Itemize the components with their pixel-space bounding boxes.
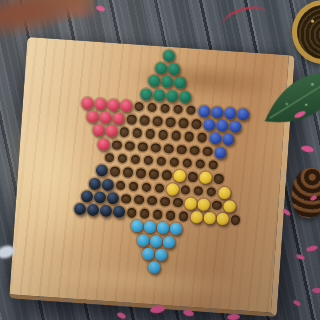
peg-dark-blue-r6-p11[interactable] [215,119,229,133]
hole-r10-p4[interactable] [134,166,148,180]
hole-r10-p5[interactable] [147,167,161,181]
peg-yellow-r13-p10[interactable] [189,210,203,224]
hole-r8-p3[interactable] [123,139,137,153]
peg-black-r12-p3[interactable] [106,191,120,205]
pink-petal-12 [116,311,126,319]
photo-scene [0,0,320,320]
hole-r6-p7[interactable] [163,115,177,129]
peg-black-r11-p1[interactable] [87,176,101,190]
hole-r9-p2[interactable] [115,152,129,166]
peg-sky-blue-r14-p3[interactable] [156,221,170,235]
peg-sky-blue-r15-p1[interactable] [136,233,150,247]
hole-r11-p5[interactable] [139,180,153,194]
hole-r7-p8[interactable] [182,130,196,144]
peg-sky-blue-r16-p1[interactable] [141,247,155,261]
peg-red-r6-p3[interactable] [112,112,126,126]
hole-r5-p8[interactable] [171,102,185,116]
hole-r9-p8[interactable] [193,157,207,171]
peg-red-r6-p1[interactable] [86,110,100,124]
peg-green-r3-p3[interactable] [173,76,187,90]
peg-green-r4-p2[interactable] [152,88,166,102]
chinese-checkers-board [9,37,295,317]
hole-r7-p5[interactable] [143,127,157,141]
hole-r12-p8[interactable] [171,196,185,210]
hole-r5-p6[interactable] [145,101,159,115]
peg-green-r2-p2[interactable] [167,62,181,76]
hole-r6-p9[interactable] [189,117,203,131]
hole-r8-p5[interactable] [149,141,163,155]
peg-black-r13-p2[interactable] [86,203,100,217]
hole-r12-p5[interactable] [132,193,146,207]
peg-dark-blue-r6-p10[interactable] [202,118,216,132]
hole-r11-p8[interactable] [178,183,192,197]
peg-red-r6-p2[interactable] [99,111,113,125]
peg-green-r4-p1[interactable] [139,87,153,101]
hole-r12-p6[interactable] [145,194,159,208]
peg-dark-blue-r7-p11[interactable] [221,133,235,147]
hole-r12-p7[interactable] [158,195,172,209]
hole-r8-p8[interactable] [187,144,201,158]
hole-r9-p9[interactable] [206,158,220,172]
hole-r10-p6[interactable] [160,168,174,182]
pink-petal-7 [312,288,320,294]
peg-sky-blue-r15-p2[interactable] [149,234,163,248]
hole-r10-p8[interactable] [186,170,200,184]
peg-green-r1-p1[interactable] [162,48,176,62]
hole-r8-p4[interactable] [136,140,150,154]
pink-petal-2 [301,145,315,154]
hole-r8-p7[interactable] [175,143,189,157]
peg-red-r8-p1[interactable] [97,137,111,151]
hole-r12-p4[interactable] [119,192,133,206]
hole-r9-p3[interactable] [128,153,142,167]
peg-sky-blue-r14-p2[interactable] [143,220,157,234]
hole-r5-p9[interactable] [184,103,198,117]
peg-red-r7-p1[interactable] [91,123,105,137]
hole-r9-p7[interactable] [180,156,194,170]
hole-r9-p4[interactable] [141,154,155,168]
peg-green-r3-p1[interactable] [147,74,161,88]
peg-black-r13-p4[interactable] [112,205,126,219]
hole-r11-p3[interactable] [113,178,127,192]
hole-r5-p7[interactable] [158,101,172,115]
hole-r13-p13[interactable] [228,213,242,227]
peg-dark-blue-r5-p11[interactable] [210,105,224,119]
hole-r13-p7[interactable] [150,208,164,222]
hole-r6-p8[interactable] [176,116,190,130]
hole-r11-p6[interactable] [152,181,166,195]
peg-dark-blue-r5-p12[interactable] [223,106,237,120]
hole-r10-p3[interactable] [121,166,135,180]
red-cord [220,2,270,36]
hole-r13-p5[interactable] [125,206,139,220]
peg-yellow-r13-p12[interactable] [215,212,229,226]
peg-black-r10-p1[interactable] [95,164,109,178]
hole-r11-p9[interactable] [191,184,205,198]
peg-dark-blue-r5-p10[interactable] [197,104,211,118]
hole-r11-p10[interactable] [204,185,218,199]
peg-dark-blue-r6-p12[interactable] [228,120,242,134]
hole-r7-p3[interactable] [117,125,131,139]
peg-dark-blue-r8-p10[interactable] [213,145,227,159]
peg-dark-blue-r5-p13[interactable] [236,107,250,121]
hole-r10-p2[interactable] [108,165,122,179]
peg-sky-blue-r15-p3[interactable] [162,235,176,249]
peg-yellow-r12-p12[interactable] [223,199,237,213]
peg-dark-blue-r7-p10[interactable] [208,132,222,146]
pink-petal-9 [150,305,166,314]
pinecone [289,166,320,221]
pink-petal-11 [227,314,240,320]
peg-black-r11-p2[interactable] [100,177,114,191]
pink-petal-5 [306,245,319,253]
hole-r6-p6[interactable] [150,114,164,128]
hole-r12-p11[interactable] [210,198,224,212]
peg-red-r5-p1[interactable] [80,96,94,110]
hole-r10-p10[interactable] [212,172,226,186]
hole-r8-p2[interactable] [110,138,124,152]
peg-yellow-r13-p11[interactable] [202,211,216,225]
peg-green-r4-p4[interactable] [178,90,192,104]
peg-yellow-r10-p9[interactable] [199,171,213,185]
star-grid [69,43,253,280]
peg-sky-blue-r17-p1[interactable] [147,261,161,275]
hole-r7-p4[interactable] [130,126,144,140]
peg-red-r5-p3[interactable] [106,98,120,112]
hole-r9-p1[interactable] [102,151,116,165]
peg-sky-blue-r14-p4[interactable] [169,222,183,236]
hole-r8-p6[interactable] [162,142,176,156]
peg-black-r12-p2[interactable] [93,190,107,204]
peg-red-r7-p2[interactable] [104,124,118,138]
hole-r7-p7[interactable] [169,129,183,143]
hole-r6-p4[interactable] [125,112,139,126]
peg-yellow-r11-p7[interactable] [165,182,179,196]
hole-r8-p9[interactable] [200,144,214,158]
peg-sky-blue-r16-p2[interactable] [154,248,168,262]
hole-r7-p9[interactable] [195,131,209,145]
hole-r5-p5[interactable] [132,100,146,114]
peg-yellow-r12-p10[interactable] [197,197,211,211]
pink-petal-8 [293,299,302,306]
hole-r13-p8[interactable] [163,208,177,222]
peg-black-r13-p3[interactable] [99,204,113,218]
peg-yellow-r11-p11[interactable] [217,186,231,200]
pink-petal-6 [296,253,306,260]
hole-r6-p5[interactable] [137,113,151,127]
peg-black-r12-p1[interactable] [80,189,94,203]
hole-r9-p5[interactable] [154,155,168,169]
peg-yellow-r10-p7[interactable] [173,169,187,183]
hole-r9-p6[interactable] [167,155,181,169]
hole-r13-p6[interactable] [137,207,151,221]
peg-yellow-r12-p9[interactable] [184,197,198,211]
peg-green-r2-p1[interactable] [154,61,168,75]
peg-red-r5-p4[interactable] [119,99,133,113]
peg-red-r5-p2[interactable] [93,97,107,111]
hole-r13-p9[interactable] [176,209,190,223]
peg-green-r4-p3[interactable] [165,89,179,103]
peg-sky-blue-r14-p1[interactable] [130,219,144,233]
hole-r7-p6[interactable] [156,128,170,142]
peg-green-r3-p2[interactable] [160,75,174,89]
peg-black-r13-p1[interactable] [73,202,87,216]
hole-r11-p4[interactable] [126,179,140,193]
